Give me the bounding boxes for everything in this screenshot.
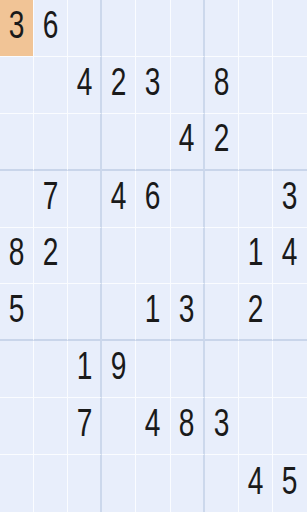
given-digit: 4	[247, 462, 263, 500]
cell-r3c0[interactable]	[0, 171, 34, 228]
cell-r5c2[interactable]	[68, 284, 102, 341]
cell-r5c1[interactable]	[34, 284, 68, 341]
cell-r6c7[interactable]	[239, 341, 273, 398]
cell-r3c7[interactable]	[239, 171, 273, 228]
cell-r2c5[interactable]: 4	[171, 114, 205, 171]
cell-r1c3[interactable]: 2	[102, 57, 136, 114]
cell-r7c7[interactable]	[239, 398, 273, 455]
cell-r1c4[interactable]: 3	[136, 57, 170, 114]
cell-r3c4[interactable]: 6	[136, 171, 170, 228]
cell-r8c6[interactable]	[205, 455, 239, 512]
given-digit: 2	[247, 290, 263, 328]
cell-r0c8[interactable]	[273, 0, 307, 57]
cell-r4c7[interactable]: 1	[239, 228, 273, 285]
cell-r8c2[interactable]	[68, 455, 102, 512]
cell-r3c3[interactable]: 4	[102, 171, 136, 228]
cell-r5c3[interactable]	[102, 284, 136, 341]
given-digit: 3	[9, 6, 25, 44]
cell-r3c8[interactable]: 3	[273, 171, 307, 228]
cell-r5c8[interactable]	[273, 284, 307, 341]
given-digit: 2	[111, 63, 127, 101]
cell-r6c5[interactable]	[171, 341, 205, 398]
cell-r6c2[interactable]: 1	[68, 341, 102, 398]
cell-r4c8[interactable]: 4	[273, 228, 307, 285]
cell-r1c7[interactable]	[239, 57, 273, 114]
given-digit: 4	[282, 233, 298, 271]
cell-r6c6[interactable]	[205, 341, 239, 398]
given-digit: 9	[111, 347, 127, 385]
cell-r5c4[interactable]: 1	[136, 284, 170, 341]
cell-r4c3[interactable]	[102, 228, 136, 285]
given-digit: 8	[179, 404, 195, 442]
cell-r4c4[interactable]	[136, 228, 170, 285]
given-digit: 1	[76, 347, 92, 385]
given-digit: 4	[111, 177, 127, 215]
cell-r2c7[interactable]	[239, 114, 273, 171]
cell-r0c3[interactable]	[102, 0, 136, 57]
given-digit: 3	[282, 177, 298, 215]
cell-r7c3[interactable]	[102, 398, 136, 455]
cell-r7c5[interactable]: 8	[171, 398, 205, 455]
cell-r8c3[interactable]	[102, 455, 136, 512]
cell-r2c4[interactable]	[136, 114, 170, 171]
cell-r8c7[interactable]: 4	[239, 455, 273, 512]
cell-r2c6[interactable]: 2	[205, 114, 239, 171]
cell-r5c0[interactable]: 5	[0, 284, 34, 341]
given-digit: 4	[76, 63, 92, 101]
given-digit: 3	[145, 63, 161, 101]
cell-r0c6[interactable]	[205, 0, 239, 57]
cell-r0c7[interactable]	[239, 0, 273, 57]
given-digit: 3	[213, 404, 229, 442]
cell-r3c5[interactable]	[171, 171, 205, 228]
cell-r2c3[interactable]	[102, 114, 136, 171]
given-digit: 6	[43, 6, 59, 44]
cell-r0c2[interactable]	[68, 0, 102, 57]
cell-r4c5[interactable]	[171, 228, 205, 285]
cell-r1c6[interactable]: 8	[205, 57, 239, 114]
cell-r6c0[interactable]	[0, 341, 34, 398]
given-digit: 7	[76, 404, 92, 442]
cell-r3c1[interactable]: 7	[34, 171, 68, 228]
cell-r2c0[interactable]	[0, 114, 34, 171]
cell-r1c0[interactable]	[0, 57, 34, 114]
cell-r4c0[interactable]: 8	[0, 228, 34, 285]
cell-r7c4[interactable]: 4	[136, 398, 170, 455]
cell-r0c4[interactable]	[136, 0, 170, 57]
sudoku-board: 3642384274638214513219748345	[0, 0, 307, 512]
cell-r7c6[interactable]: 3	[205, 398, 239, 455]
cell-r8c5[interactable]	[171, 455, 205, 512]
given-digit: 2	[213, 119, 229, 157]
cell-r5c5[interactable]: 3	[171, 284, 205, 341]
cell-r8c4[interactable]	[136, 455, 170, 512]
given-digit: 5	[9, 290, 25, 328]
cell-r7c1[interactable]	[34, 398, 68, 455]
cell-r8c0[interactable]	[0, 455, 34, 512]
given-digit: 3	[179, 290, 195, 328]
cell-r4c1[interactable]: 2	[34, 228, 68, 285]
cell-r0c5[interactable]	[171, 0, 205, 57]
given-digit: 6	[145, 177, 161, 215]
cell-r0c0[interactable]: 3	[0, 0, 34, 57]
given-digit: 7	[43, 177, 59, 215]
cell-r6c1[interactable]	[34, 341, 68, 398]
cell-r6c8[interactable]	[273, 341, 307, 398]
cell-r4c6[interactable]	[205, 228, 239, 285]
cell-r8c1[interactable]	[34, 455, 68, 512]
cell-r8c8[interactable]: 5	[273, 455, 307, 512]
cell-r7c0[interactable]	[0, 398, 34, 455]
cell-r2c2[interactable]	[68, 114, 102, 171]
cell-r7c8[interactable]	[273, 398, 307, 455]
cell-r7c2[interactable]: 7	[68, 398, 102, 455]
cell-r2c1[interactable]	[34, 114, 68, 171]
cell-r0c1[interactable]: 6	[34, 0, 68, 57]
cell-r6c4[interactable]	[136, 341, 170, 398]
given-digit: 1	[247, 233, 263, 271]
cell-r3c2[interactable]	[68, 171, 102, 228]
cell-r5c7[interactable]: 2	[239, 284, 273, 341]
cell-r4c2[interactable]	[68, 228, 102, 285]
given-digit: 5	[282, 462, 298, 500]
cell-r1c2[interactable]: 4	[68, 57, 102, 114]
cell-r3c6[interactable]	[205, 171, 239, 228]
given-digit: 2	[43, 233, 59, 271]
given-digit: 8	[9, 233, 25, 271]
given-digit: 8	[213, 63, 229, 101]
cell-r1c5[interactable]	[171, 57, 205, 114]
given-digit: 4	[179, 119, 195, 157]
given-digit: 1	[145, 290, 161, 328]
cell-r6c3[interactable]: 9	[102, 341, 136, 398]
cell-r5c6[interactable]	[205, 284, 239, 341]
cell-r1c8[interactable]	[273, 57, 307, 114]
cell-r2c8[interactable]	[273, 114, 307, 171]
cell-r1c1[interactable]	[34, 57, 68, 114]
given-digit: 4	[145, 404, 161, 442]
